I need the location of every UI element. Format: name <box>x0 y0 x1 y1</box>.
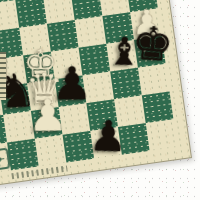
square-c1 <box>7 139 39 171</box>
square-f5 <box>75 16 107 48</box>
square-g2 <box>114 95 146 127</box>
square-h3 <box>138 64 170 96</box>
square-d1 <box>35 135 67 167</box>
square-d2: ♟ <box>31 107 63 139</box>
square-d5 <box>19 24 51 56</box>
square-e3: ♟ <box>55 75 87 107</box>
square-c2 <box>3 111 35 143</box>
square-d3: ♛ <box>27 79 59 111</box>
square-f4 <box>79 44 111 76</box>
square-g1 <box>118 123 150 155</box>
square-g3 <box>110 68 142 100</box>
square-h4: ♚ <box>134 36 166 68</box>
square-e2 <box>59 103 91 135</box>
chessboard-photo: ♟♚♝♚♞♛♟♟♟ <box>0 0 200 200</box>
square-f2 <box>86 99 118 131</box>
square-h2 <box>142 91 174 123</box>
square-h1 <box>146 119 178 151</box>
square-g5 <box>102 12 134 44</box>
square-f1: ♟ <box>90 127 122 159</box>
board-grid: ♟♚♝♚♞♛♟♟♟ <box>0 0 177 178</box>
chess-board: ♟♚♝♚♞♛♟♟♟ <box>0 0 192 193</box>
square-e1 <box>63 131 95 163</box>
square-d4: ♚ <box>23 52 55 84</box>
square-f3 <box>82 72 114 104</box>
square-g4: ♝ <box>106 40 138 72</box>
left-edge-fine-print <box>0 52 6 100</box>
square-e4 <box>51 48 83 80</box>
square-e5 <box>47 20 79 52</box>
square-h5: ♟ <box>130 8 162 40</box>
